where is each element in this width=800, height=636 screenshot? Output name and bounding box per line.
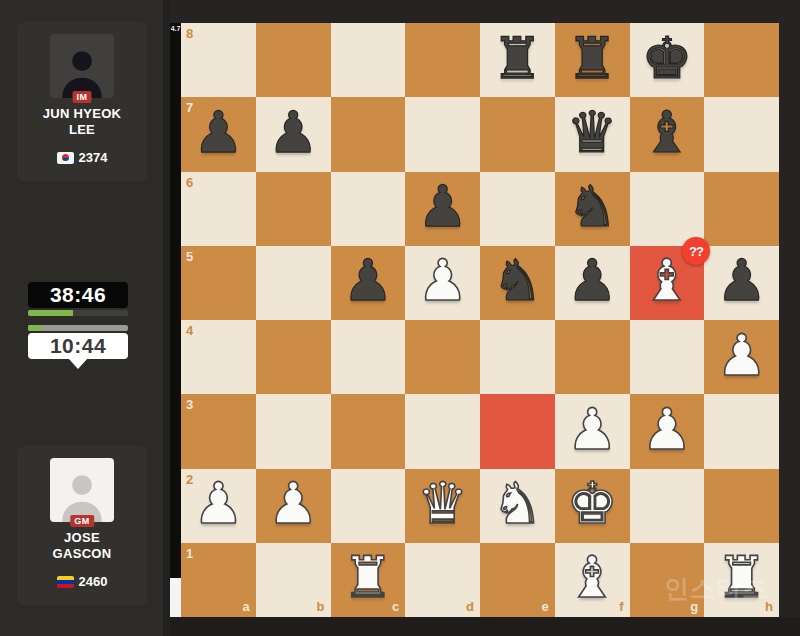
player-card-bottom[interactable]: GM JOSE GASCON 2460	[17, 446, 147, 606]
square-d8[interactable]	[405, 23, 480, 97]
square-a1[interactable]: 1a	[181, 543, 256, 617]
square-e6[interactable]	[480, 172, 555, 246]
square-f3[interactable]: ♟	[555, 394, 630, 468]
square-e7[interactable]	[480, 97, 555, 171]
black-pawn[interactable]: ♟	[331, 244, 406, 318]
square-d2[interactable]: ♛	[405, 469, 480, 543]
white-pawn[interactable]: ♟	[704, 318, 779, 392]
square-e4[interactable]	[480, 320, 555, 394]
player-rating-top: 2374	[79, 150, 108, 165]
title-badge-im: IM	[73, 91, 92, 103]
square-d1[interactable]: d	[405, 543, 480, 617]
square-f7[interactable]: ♛	[555, 97, 630, 171]
square-f6[interactable]: ♞	[555, 172, 630, 246]
square-c3[interactable]	[331, 394, 406, 468]
square-a4[interactable]: 4	[181, 320, 256, 394]
white-pawn[interactable]: ♟	[181, 467, 256, 541]
white-pawn[interactable]: ♟	[630, 392, 705, 466]
square-e5[interactable]: ♞	[480, 246, 555, 320]
player-card-top[interactable]: IM JUN HYEOK LEE 2374	[17, 22, 147, 182]
square-b6[interactable]	[256, 172, 331, 246]
avatar-top[interactable]: IM	[50, 34, 114, 98]
white-bishop[interactable]: ♝	[555, 541, 630, 615]
black-pawn[interactable]: ♟	[256, 95, 331, 169]
square-a8[interactable]: 8	[181, 23, 256, 97]
square-c2[interactable]	[331, 469, 406, 543]
square-h6[interactable]	[704, 172, 779, 246]
rank-label-4: 4	[186, 323, 193, 338]
person-silhouette-icon	[55, 44, 109, 98]
person-silhouette-icon	[55, 468, 109, 522]
square-e2[interactable]: ♞	[480, 469, 555, 543]
square-d7[interactable]	[405, 97, 480, 171]
rank-label-1: 1	[186, 546, 193, 561]
square-g7[interactable]: ♝	[630, 97, 705, 171]
square-c1[interactable]: c♜	[331, 543, 406, 617]
black-pawn[interactable]: ♟	[704, 244, 779, 318]
avatar-bottom[interactable]: GM	[50, 458, 114, 522]
square-e3[interactable]	[480, 394, 555, 468]
venezuela-flag-icon	[57, 576, 74, 588]
chess-board: 8♜♜♚7♟♟♛♝6♟♞5♟♟♞♟♝♟4♟3♟♟2♟♟♛♞♚1abc♜def♝g…	[181, 23, 779, 617]
eval-score: 4.7	[170, 25, 181, 32]
black-queen[interactable]: ♛	[555, 95, 630, 169]
rank-label-3: 3	[186, 397, 193, 412]
player-name-top[interactable]: JUN HYEOK LEE	[34, 106, 130, 138]
rank-label-8: 8	[186, 26, 193, 41]
sidebar: IM JUN HYEOK LEE 2374 38:46 10:44 GM JOS…	[0, 0, 170, 636]
square-g2[interactable]	[630, 469, 705, 543]
square-b4[interactable]	[256, 320, 331, 394]
square-c5[interactable]: ♟	[331, 246, 406, 320]
white-knight[interactable]: ♞	[480, 467, 555, 541]
white-pawn[interactable]: ♟	[555, 392, 630, 466]
square-a2[interactable]: 2♟	[181, 469, 256, 543]
square-b2[interactable]: ♟	[256, 469, 331, 543]
eval-bar-white-segment	[170, 578, 181, 617]
square-g8[interactable]: ♚	[630, 23, 705, 97]
black-rook[interactable]: ♜	[480, 21, 555, 95]
square-a7[interactable]: 7♟	[181, 97, 256, 171]
square-a5[interactable]: 5	[181, 246, 256, 320]
white-pawn[interactable]: ♟	[405, 244, 480, 318]
rank-label-6: 6	[186, 175, 193, 190]
square-g3[interactable]: ♟	[630, 394, 705, 468]
square-h2[interactable]	[704, 469, 779, 543]
white-rook[interactable]: ♜	[331, 541, 406, 615]
time-bar-white	[28, 325, 128, 331]
black-pawn[interactable]: ♟	[181, 95, 256, 169]
square-c7[interactable]	[331, 97, 406, 171]
black-knight[interactable]: ♞	[480, 244, 555, 318]
black-bishop[interactable]: ♝	[630, 95, 705, 169]
square-d3[interactable]	[405, 394, 480, 468]
square-g6[interactable]	[630, 172, 705, 246]
square-c4[interactable]	[331, 320, 406, 394]
square-d4[interactable]	[405, 320, 480, 394]
square-a6[interactable]: 6	[181, 172, 256, 246]
title-badge-gm: GM	[70, 515, 94, 527]
square-f1[interactable]: f♝	[555, 543, 630, 617]
file-label-e: e	[542, 599, 549, 614]
black-knight[interactable]: ♞	[555, 170, 630, 244]
square-c8[interactable]	[331, 23, 406, 97]
square-f2[interactable]: ♚	[555, 469, 630, 543]
square-f8[interactable]: ♜	[555, 23, 630, 97]
rank-label-5: 5	[186, 249, 193, 264]
rating-row-bottom: 2460	[17, 574, 147, 589]
black-pawn[interactable]: ♟	[405, 170, 480, 244]
white-queen[interactable]: ♛	[405, 467, 480, 541]
file-label-a: a	[243, 599, 250, 614]
blunder-badge-icon: ??	[682, 237, 710, 265]
rating-row-top: 2374	[17, 150, 147, 165]
square-e1[interactable]: e	[480, 543, 555, 617]
square-g4[interactable]	[630, 320, 705, 394]
square-h8[interactable]	[704, 23, 779, 97]
square-h7[interactable]	[704, 97, 779, 171]
square-f5[interactable]: ♟	[555, 246, 630, 320]
bottom-strip	[170, 617, 800, 636]
square-b3[interactable]	[256, 394, 331, 468]
watermark: 인스티즈	[664, 572, 768, 605]
square-b8[interactable]	[256, 23, 331, 97]
eval-bar: 4.7	[170, 23, 181, 617]
white-king[interactable]: ♚	[555, 467, 630, 541]
square-b1[interactable]: b	[256, 543, 331, 617]
square-d6[interactable]: ♟	[405, 172, 480, 246]
square-f4[interactable]	[555, 320, 630, 394]
square-h5[interactable]: ♟	[704, 246, 779, 320]
south-korea-flag-icon	[57, 152, 74, 164]
clock-white: 10:44	[28, 333, 128, 359]
square-h4[interactable]: ♟	[704, 320, 779, 394]
square-b5[interactable]	[256, 246, 331, 320]
file-label-d: d	[466, 599, 474, 614]
black-pawn[interactable]: ♟	[555, 244, 630, 318]
black-king[interactable]: ♚	[630, 21, 705, 95]
square-a3[interactable]: 3	[181, 394, 256, 468]
square-e8[interactable]: ♜	[480, 23, 555, 97]
file-label-b: b	[317, 599, 325, 614]
white-pawn[interactable]: ♟	[256, 467, 331, 541]
square-d5[interactable]: ♟	[405, 246, 480, 320]
black-rook[interactable]: ♜	[555, 21, 630, 95]
time-bar-black	[28, 310, 128, 316]
player-name-bottom[interactable]: JOSE GASCON	[34, 530, 130, 562]
square-b7[interactable]: ♟	[256, 97, 331, 171]
square-h3[interactable]	[704, 394, 779, 468]
player-rating-bottom: 2460	[79, 574, 108, 589]
clock-black: 38:46	[28, 282, 128, 308]
square-c6[interactable]	[331, 172, 406, 246]
